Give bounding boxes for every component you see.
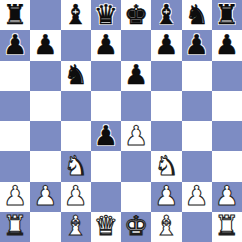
square-c2[interactable]: ♟ [61, 182, 91, 212]
square-h5[interactable] [212, 91, 242, 121]
piece-white-pawn[interactable]: ♟ [33, 182, 57, 209]
piece-white-knight[interactable]: ♞ [64, 152, 88, 179]
square-d4[interactable]: ♟ [91, 121, 121, 151]
square-d5[interactable] [91, 91, 121, 121]
piece-white-king[interactable]: ♚ [124, 212, 148, 239]
piece-black-bishop[interactable]: ♝ [64, 1, 88, 28]
square-f7[interactable]: ♟ [151, 30, 181, 60]
piece-white-bishop[interactable]: ♝ [64, 212, 88, 239]
square-b2[interactable]: ♟ [30, 182, 60, 212]
square-c1[interactable]: ♝ [61, 212, 91, 242]
square-e1[interactable]: ♚ [121, 212, 151, 242]
square-e5[interactable] [121, 91, 151, 121]
square-c4[interactable] [61, 121, 91, 151]
piece-black-pawn[interactable]: ♟ [215, 31, 239, 58]
square-b4[interactable] [30, 121, 60, 151]
square-e7[interactable] [121, 30, 151, 60]
square-d7[interactable]: ♟ [91, 30, 121, 60]
square-h8[interactable]: ♜ [212, 0, 242, 30]
square-a1[interactable]: ♜ [0, 212, 30, 242]
square-b6[interactable] [30, 61, 60, 91]
piece-white-bishop[interactable]: ♝ [154, 212, 178, 239]
square-b3[interactable] [30, 151, 60, 181]
square-a3[interactable] [0, 151, 30, 181]
piece-black-pawn[interactable]: ♟ [94, 31, 118, 58]
square-f4[interactable] [151, 121, 181, 151]
piece-white-pawn[interactable]: ♟ [185, 182, 209, 209]
square-a6[interactable] [0, 61, 30, 91]
square-c8[interactable]: ♝ [61, 0, 91, 30]
square-d6[interactable] [91, 61, 121, 91]
piece-white-pawn[interactable]: ♟ [64, 182, 88, 209]
square-e3[interactable] [121, 151, 151, 181]
square-b1[interactable] [30, 212, 60, 242]
square-a2[interactable]: ♟ [0, 182, 30, 212]
piece-white-rook[interactable]: ♜ [215, 212, 239, 239]
square-h3[interactable] [212, 151, 242, 181]
piece-black-knight[interactable]: ♞ [185, 1, 209, 28]
piece-black-knight[interactable]: ♞ [64, 61, 88, 88]
piece-black-pawn[interactable]: ♟ [33, 31, 57, 58]
square-h7[interactable]: ♟ [212, 30, 242, 60]
square-f6[interactable] [151, 61, 181, 91]
square-e8[interactable]: ♚ [121, 0, 151, 30]
piece-black-pawn[interactable]: ♟ [185, 31, 209, 58]
square-e6[interactable]: ♟ [121, 61, 151, 91]
chess-board: ♜♝♛♚♝♞♜♟♟♟♟♟♟♞♟♟♟♞♞♟♟♟♟♟♟♜♝♛♚♝♜ [0, 0, 242, 242]
square-f1[interactable]: ♝ [151, 212, 181, 242]
square-g4[interactable] [182, 121, 212, 151]
square-c7[interactable] [61, 30, 91, 60]
piece-white-queen[interactable]: ♛ [94, 212, 118, 239]
square-f8[interactable]: ♝ [151, 0, 181, 30]
square-c3[interactable]: ♞ [61, 151, 91, 181]
square-c6[interactable]: ♞ [61, 61, 91, 91]
piece-white-knight[interactable]: ♞ [154, 152, 178, 179]
square-b7[interactable]: ♟ [30, 30, 60, 60]
square-f3[interactable]: ♞ [151, 151, 181, 181]
square-g1[interactable] [182, 212, 212, 242]
square-c5[interactable] [61, 91, 91, 121]
chess-board-container: ♜♝♛♚♝♞♜♟♟♟♟♟♟♞♟♟♟♞♞♟♟♟♟♟♟♜♝♛♚♝♜ [0, 0, 242, 242]
square-g2[interactable]: ♟ [182, 182, 212, 212]
piece-black-rook[interactable]: ♜ [3, 1, 27, 28]
square-d3[interactable] [91, 151, 121, 181]
square-d2[interactable] [91, 182, 121, 212]
square-a7[interactable]: ♟ [0, 30, 30, 60]
square-g3[interactable] [182, 151, 212, 181]
square-h2[interactable]: ♟ [212, 182, 242, 212]
square-g8[interactable]: ♞ [182, 0, 212, 30]
square-g6[interactable] [182, 61, 212, 91]
square-a8[interactable]: ♜ [0, 0, 30, 30]
piece-black-pawn[interactable]: ♟ [124, 61, 148, 88]
piece-white-pawn[interactable]: ♟ [3, 182, 27, 209]
piece-white-pawn[interactable]: ♟ [215, 182, 239, 209]
piece-white-pawn[interactable]: ♟ [124, 122, 148, 149]
square-b5[interactable] [30, 91, 60, 121]
square-h6[interactable] [212, 61, 242, 91]
square-g5[interactable] [182, 91, 212, 121]
square-h1[interactable]: ♜ [212, 212, 242, 242]
square-e4[interactable]: ♟ [121, 121, 151, 151]
piece-black-king[interactable]: ♚ [124, 1, 148, 28]
square-a4[interactable] [0, 121, 30, 151]
square-d8[interactable]: ♛ [91, 0, 121, 30]
square-h4[interactable] [212, 121, 242, 151]
piece-white-rook[interactable]: ♜ [3, 212, 27, 239]
piece-black-bishop[interactable]: ♝ [154, 1, 178, 28]
square-d1[interactable]: ♛ [91, 212, 121, 242]
piece-white-pawn[interactable]: ♟ [154, 182, 178, 209]
piece-black-queen[interactable]: ♛ [94, 1, 118, 28]
square-b8[interactable] [30, 0, 60, 30]
piece-black-rook[interactable]: ♜ [215, 1, 239, 28]
piece-black-pawn[interactable]: ♟ [3, 31, 27, 58]
piece-black-pawn[interactable]: ♟ [154, 31, 178, 58]
square-e2[interactable] [121, 182, 151, 212]
square-g7[interactable]: ♟ [182, 30, 212, 60]
piece-black-pawn[interactable]: ♟ [94, 122, 118, 149]
square-f2[interactable]: ♟ [151, 182, 181, 212]
square-f5[interactable] [151, 91, 181, 121]
square-a5[interactable] [0, 91, 30, 121]
